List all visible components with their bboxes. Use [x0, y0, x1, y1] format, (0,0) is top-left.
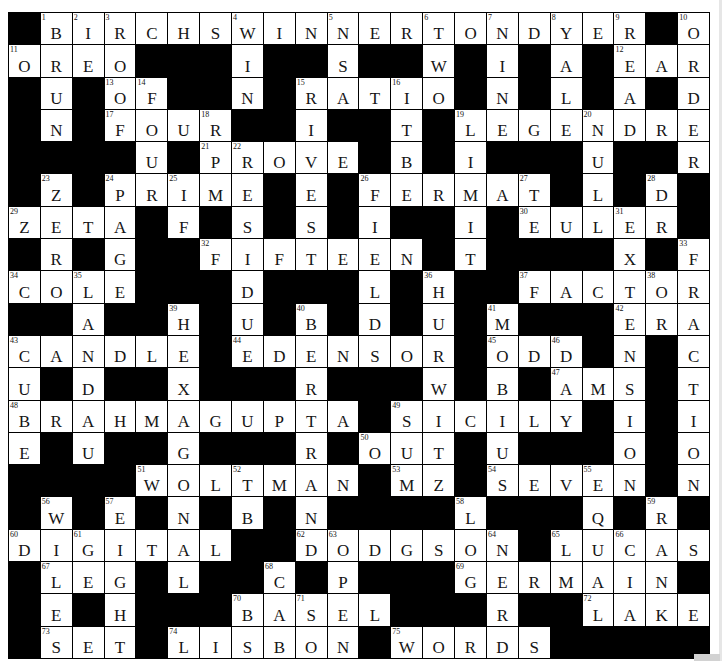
- black-cell-r15-c12: [359, 465, 390, 496]
- letter: C: [583, 284, 614, 301]
- cell-r9-c17: 37F: [519, 271, 550, 302]
- letter: D: [678, 90, 709, 107]
- letter: Z: [423, 477, 454, 494]
- cell-r8-c22: 33F: [678, 239, 709, 270]
- letter: Z: [41, 187, 72, 204]
- cell-r7-c4: A: [105, 207, 136, 238]
- black-cell-r20-c20: [614, 627, 645, 658]
- letter: I: [73, 25, 104, 42]
- letter: C: [264, 574, 295, 591]
- letter: F: [105, 122, 136, 139]
- cell-r10-c22: A: [678, 304, 709, 335]
- clue-number-57: 57: [106, 497, 114, 507]
- letter: D: [296, 542, 327, 559]
- cell-r12-c19: M: [583, 368, 614, 399]
- black-cell-r17-c9: [264, 530, 295, 561]
- cell-r11-c1: 43C: [9, 336, 40, 367]
- black-cell-r3-c1: [9, 78, 40, 109]
- clue-number-31: 31: [615, 207, 623, 217]
- clue-number-69: 69: [456, 562, 464, 572]
- black-cell-r19-c3: [73, 594, 104, 625]
- cell-r17-c16: 64N: [487, 530, 518, 561]
- letter: C: [678, 348, 709, 365]
- letter: T: [423, 445, 454, 462]
- black-cell-r10-c7: [200, 304, 231, 335]
- black-cell-r2-c19: [583, 45, 614, 76]
- letter: I: [487, 58, 518, 75]
- cell-r4-c5: O: [136, 110, 167, 141]
- clue-number-72: 72: [584, 594, 592, 604]
- clue-number-20: 20: [584, 110, 592, 120]
- black-cell-r13-c19: [583, 401, 614, 432]
- cell-r3-c12: T: [359, 78, 390, 109]
- clue-number-39: 39: [169, 304, 177, 314]
- cell-r11-c20: N: [614, 336, 645, 367]
- letter: O: [168, 477, 199, 494]
- letter: D: [487, 639, 518, 656]
- cell-r6-c13: E: [391, 174, 422, 205]
- cell-r7-c18: U: [551, 207, 582, 238]
- clue-number-1: 1: [42, 13, 46, 23]
- letter: R: [105, 25, 136, 42]
- clue-number-16: 16: [392, 78, 400, 88]
- clue-number-24: 24: [106, 174, 114, 184]
- clue-number-30: 30: [520, 207, 528, 217]
- cell-r8-c10: T: [296, 239, 327, 270]
- cell-r5-c22: R: [678, 142, 709, 173]
- black-cell-r14-c4: [105, 433, 136, 464]
- black-cell-r5-c3: [73, 142, 104, 173]
- cell-r20-c4: T: [105, 627, 136, 658]
- letter: O: [296, 639, 327, 656]
- black-cell-r12-c4: [105, 368, 136, 399]
- letter: N: [41, 122, 72, 139]
- letter: B: [487, 381, 518, 398]
- letter: T: [105, 639, 136, 656]
- letter: S: [200, 25, 231, 42]
- letter: B: [264, 639, 295, 656]
- black-cell-r11-c21: [646, 336, 677, 367]
- cell-r1-c7: S: [200, 13, 231, 44]
- letter: A: [583, 574, 614, 591]
- black-cell-r6-c3: [73, 174, 104, 205]
- letter: D: [359, 316, 390, 333]
- cell-r20-c3: E: [73, 627, 104, 658]
- black-cell-r8-c18: [551, 239, 582, 270]
- cell-r17-c3: 61G: [73, 530, 104, 561]
- letter: S: [296, 607, 327, 624]
- letter: L: [136, 348, 167, 365]
- cell-r2-c20: 12E: [614, 45, 645, 76]
- cell-r18-c19: A: [583, 562, 614, 593]
- letter: T: [296, 251, 327, 268]
- black-cell-r2-c12: [359, 45, 390, 76]
- cell-r17-c14: S: [423, 530, 454, 561]
- cell-r17-c19: U: [583, 530, 614, 561]
- cell-r7-c21: R: [646, 207, 677, 238]
- letter: R: [41, 413, 72, 430]
- letter: H: [168, 316, 199, 333]
- cell-r11-c5: L: [136, 336, 167, 367]
- letter: R: [646, 122, 677, 139]
- letter: L: [583, 187, 614, 204]
- cell-r5-c11: E: [328, 142, 359, 173]
- black-cell-r7-c9: [264, 207, 295, 238]
- black-cell-r19-c13: [391, 594, 422, 625]
- cell-r8-c13: N: [391, 239, 422, 270]
- cell-r10-c12: D: [359, 304, 390, 335]
- black-cell-r9-c15: [455, 271, 486, 302]
- black-cell-r12-c9: [264, 368, 295, 399]
- cell-r19-c2: E: [41, 594, 72, 625]
- letter: A: [646, 58, 677, 75]
- letter: E: [583, 25, 614, 42]
- cell-r11-c12: S: [359, 336, 390, 367]
- letter: E: [519, 477, 550, 494]
- black-cell-r15-c15: [455, 465, 486, 496]
- letter: D: [614, 122, 645, 139]
- black-cell-r12-c12: [359, 368, 390, 399]
- cell-r1-c18: 8Y: [551, 13, 582, 44]
- cell-r14-c10: R: [296, 433, 327, 464]
- letter: R: [200, 122, 231, 139]
- cell-r3-c2: U: [41, 78, 72, 109]
- cell-r15-c5: 51W: [136, 465, 167, 496]
- letter: N: [678, 477, 709, 494]
- cell-r2-c18: A: [551, 45, 582, 76]
- cell-r4-c16: E: [487, 110, 518, 141]
- cell-r10-c6: 39H: [168, 304, 199, 335]
- cell-r14-c13: U: [391, 433, 422, 464]
- cell-r11-c22: C: [678, 336, 709, 367]
- black-cell-r2-c17: [519, 45, 550, 76]
- letter: U: [232, 413, 263, 430]
- cell-r12-c14: W: [423, 368, 454, 399]
- clue-number-25: 25: [169, 174, 177, 184]
- letter: N: [296, 510, 327, 527]
- cell-r13-c18: Y: [551, 401, 582, 432]
- letter: A: [328, 90, 359, 107]
- cell-r1-c11: 5N: [328, 13, 359, 44]
- cell-r4-c6: U: [168, 110, 199, 141]
- letter: Y: [551, 413, 582, 430]
- cell-r7-c6: F: [168, 207, 199, 238]
- letter: W: [391, 639, 422, 656]
- black-cell-r18-c1: [9, 562, 40, 593]
- black-cell-r6-c20: [614, 174, 645, 205]
- clue-number-13: 13: [106, 78, 114, 88]
- cell-r7-c12: I: [359, 207, 390, 238]
- letter: G: [455, 574, 486, 591]
- cell-r20-c15: R: [455, 627, 486, 658]
- cell-r15-c18: V: [551, 465, 582, 496]
- letter: E: [614, 316, 645, 333]
- cell-r4-c13: T: [391, 110, 422, 141]
- clue-number-34: 34: [10, 271, 18, 281]
- clue-number-61: 61: [74, 530, 82, 540]
- cell-r9-c18: A: [551, 271, 582, 302]
- cell-r4-c4: 17F: [105, 110, 136, 141]
- cell-r7-c17: 30E: [519, 207, 550, 238]
- letter: R: [678, 58, 709, 75]
- black-cell-r9-c13: [391, 271, 422, 302]
- cell-r20-c17: S: [519, 627, 550, 658]
- cell-r6-c14: R: [423, 174, 454, 205]
- cell-r18-c17: R: [519, 562, 550, 593]
- cell-r11-c3: N: [73, 336, 104, 367]
- letter: H: [105, 607, 136, 624]
- letter: E: [328, 251, 359, 268]
- letter: U: [551, 219, 582, 236]
- cell-r4-c19: 20N: [583, 110, 614, 141]
- letter: Z: [9, 219, 40, 236]
- letter: E: [519, 219, 550, 236]
- cell-r11-c16: 45O: [487, 336, 518, 367]
- letter: G: [168, 445, 199, 462]
- black-cell-r20-c21: [646, 627, 677, 658]
- letter: M: [487, 316, 518, 333]
- letter: L: [168, 639, 199, 656]
- cell-r5-c5: U: [136, 142, 167, 173]
- cell-r18-c6: L: [168, 562, 199, 593]
- letter: M: [136, 413, 167, 430]
- clue-number-35: 35: [74, 271, 82, 281]
- clue-number-15: 15: [297, 78, 305, 88]
- cell-r6-c16: A: [487, 174, 518, 205]
- cell-r17-c20: 66C: [614, 530, 645, 561]
- cell-r17-c2: I: [41, 530, 72, 561]
- letter: S: [391, 413, 422, 430]
- clue-number-44: 44: [233, 336, 241, 346]
- black-cell-r9-c5: [136, 271, 167, 302]
- black-cell-r16-c20: [614, 497, 645, 528]
- letter: G: [105, 574, 136, 591]
- cell-r17-c15: O: [455, 530, 486, 561]
- letter: R: [136, 187, 167, 204]
- letter: L: [359, 284, 390, 301]
- black-cell-r8-c3: [73, 239, 104, 270]
- cell-r11-c8: 44E: [232, 336, 263, 367]
- letter: E: [487, 122, 518, 139]
- black-cell-r15-c2: [41, 465, 72, 496]
- letter: E: [9, 445, 40, 462]
- cell-r14-c22: O: [678, 433, 709, 464]
- letter: U: [583, 154, 614, 171]
- clue-number-59: 59: [647, 497, 655, 507]
- black-cell-r6-c22: [678, 174, 709, 205]
- clue-number-38: 38: [647, 271, 655, 281]
- black-cell-r8-c17: [519, 239, 550, 270]
- clue-number-37: 37: [520, 271, 528, 281]
- cell-r9-c14: 36H: [423, 271, 454, 302]
- cell-r13-c13: 49S: [391, 401, 422, 432]
- cell-r1-c15: O: [455, 13, 486, 44]
- letter: M: [391, 477, 422, 494]
- letter: M: [551, 574, 582, 591]
- letter: A: [487, 187, 518, 204]
- cell-r13-c10: T: [296, 401, 327, 432]
- letter: L: [200, 477, 231, 494]
- cell-r6-c19: L: [583, 174, 614, 205]
- cell-r8-c2: R: [41, 239, 72, 270]
- cell-r15-c6: O: [168, 465, 199, 496]
- letter: D: [105, 348, 136, 365]
- black-cell-r16-c7: [200, 497, 231, 528]
- clue-number-48: 48: [10, 401, 18, 411]
- letter: E: [678, 122, 709, 139]
- letter: E: [583, 477, 614, 494]
- cell-r1-c12: E: [359, 13, 390, 44]
- cell-r18-c21: N: [646, 562, 677, 593]
- black-cell-r4-c3: [73, 110, 104, 141]
- letter: L: [551, 90, 582, 107]
- black-cell-r12-c11: [328, 368, 359, 399]
- cell-r14-c14: T: [423, 433, 454, 464]
- cell-r7-c8: S: [232, 207, 263, 238]
- black-cell-r9-c9: [264, 271, 295, 302]
- letter: I: [455, 219, 486, 236]
- letter: R: [391, 25, 422, 42]
- letter: O: [678, 445, 709, 462]
- clue-number-36: 36: [424, 271, 432, 281]
- letter: M: [264, 477, 295, 494]
- cell-r14-c20: O: [614, 433, 645, 464]
- black-cell-r10-c11: [328, 304, 359, 335]
- black-cell-r18-c22: [678, 562, 709, 593]
- cell-r15-c16: 54S: [487, 465, 518, 496]
- letter: O: [487, 348, 518, 365]
- letter: E: [359, 25, 390, 42]
- cell-r20-c6: 74L: [168, 627, 199, 658]
- cell-r15-c19: 55E: [583, 465, 614, 496]
- black-cell-r5-c1: [9, 142, 40, 173]
- cell-r3-c11: A: [328, 78, 359, 109]
- cell-r15-c17: E: [519, 465, 550, 496]
- cell-r8-c8: I: [232, 239, 263, 270]
- letter: D: [232, 284, 263, 301]
- letter: F: [678, 251, 709, 268]
- letter: O: [41, 284, 72, 301]
- clue-number-33: 33: [679, 239, 687, 249]
- black-cell-r18-c7: [200, 562, 231, 593]
- letter: L: [41, 574, 72, 591]
- black-cell-r8-c19: [583, 239, 614, 270]
- letter: S: [232, 219, 263, 236]
- cell-r13-c22: I: [678, 401, 709, 432]
- black-cell-r4-c14: [423, 110, 454, 141]
- letter: A: [73, 413, 104, 430]
- letter: O: [359, 445, 390, 462]
- cell-r15-c10: A: [296, 465, 327, 496]
- cell-r9-c19: C: [583, 271, 614, 302]
- clue-number-58: 58: [456, 497, 464, 507]
- black-cell-r8-c16: [487, 239, 518, 270]
- cell-r11-c14: R: [423, 336, 454, 367]
- cell-r2-c3: E: [73, 45, 104, 76]
- black-cell-r18-c14: [423, 562, 454, 593]
- clue-number-17: 17: [106, 110, 114, 120]
- clue-number-29: 29: [10, 207, 18, 217]
- letter: I: [232, 58, 263, 75]
- letter: N: [232, 90, 263, 107]
- letter: G: [391, 542, 422, 559]
- cell-r10-c10: 40B: [296, 304, 327, 335]
- cell-r13-c17: L: [519, 401, 550, 432]
- black-cell-r4-c8: [232, 110, 263, 141]
- black-cell-r15-c1: [9, 465, 40, 496]
- letter: L: [200, 542, 231, 559]
- cell-r13-c3: A: [73, 401, 104, 432]
- letter: A: [328, 413, 359, 430]
- letter: S: [232, 639, 263, 656]
- black-cell-r16-c18: [551, 497, 582, 528]
- clue-number-45: 45: [488, 336, 496, 346]
- letter: N: [583, 122, 614, 139]
- letter: V: [551, 477, 582, 494]
- letter: T: [359, 90, 390, 107]
- letter: B: [232, 607, 263, 624]
- clue-number-52: 52: [233, 465, 241, 475]
- letter: E: [614, 58, 645, 75]
- letter: D: [264, 348, 295, 365]
- cell-r9-c21: 38O: [646, 271, 677, 302]
- letter: A: [614, 607, 645, 624]
- letter: D: [359, 542, 390, 559]
- cell-r18-c2: 67L: [41, 562, 72, 593]
- cell-r8-c11: E: [328, 239, 359, 270]
- cell-r12-c18: 47A: [551, 368, 582, 399]
- cell-r17-c5: T: [136, 530, 167, 561]
- clue-number-28: 28: [647, 174, 655, 184]
- black-cell-r7-c14: [423, 207, 454, 238]
- clue-number-74: 74: [169, 627, 177, 637]
- black-cell-r17-c17: [519, 530, 550, 561]
- letter: C: [9, 348, 40, 365]
- cell-r9-c20: T: [614, 271, 645, 302]
- letter: M: [583, 381, 614, 398]
- cell-r9-c4: E: [105, 271, 136, 302]
- clue-number-55: 55: [584, 465, 592, 475]
- cell-r10-c16: 41M: [487, 304, 518, 335]
- letter: S: [487, 477, 518, 494]
- black-cell-r1-c1: [9, 13, 40, 44]
- cell-r11-c4: D: [105, 336, 136, 367]
- letter: G: [519, 122, 550, 139]
- cell-r15-c14: Z: [423, 465, 454, 496]
- clue-number-21: 21: [201, 142, 209, 152]
- black-cell-r12-c5: [136, 368, 167, 399]
- letter: E: [232, 348, 263, 365]
- cell-r16-c8: B: [232, 497, 263, 528]
- clue-number-12: 12: [615, 45, 623, 55]
- black-cell-r8-c14: [423, 239, 454, 270]
- cell-r1-c19: E: [583, 13, 614, 44]
- cell-r19-c22: E: [678, 594, 709, 625]
- letter: R: [487, 607, 518, 624]
- letter: G: [105, 251, 136, 268]
- black-cell-r3-c15: [455, 78, 486, 109]
- cell-r7-c10: S: [296, 207, 327, 238]
- cell-r3-c20: A: [614, 78, 645, 109]
- clue-number-51: 51: [137, 465, 145, 475]
- black-cell-r16-c14: [423, 497, 454, 528]
- black-cell-r2-c15: [455, 45, 486, 76]
- clue-number-54: 54: [488, 465, 496, 475]
- cell-r12-c6: X: [168, 368, 199, 399]
- cell-r11-c17: D: [519, 336, 550, 367]
- cell-r19-c20: A: [614, 594, 645, 625]
- black-cell-r15-c3: [73, 465, 104, 496]
